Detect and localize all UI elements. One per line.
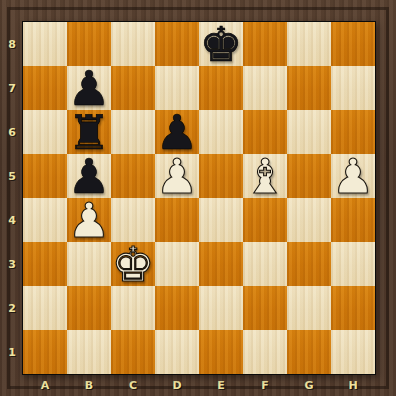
square-f7[interactable] [243,66,287,110]
white-bishop[interactable]: ♝ [243,152,286,200]
square-e5[interactable] [199,154,243,198]
file-label-d: D [172,379,181,392]
file-label-c: C [129,379,137,392]
white-pawn[interactable]: ♟ [155,152,198,200]
square-b1[interactable] [67,330,111,374]
square-c3[interactable]: ♚ [111,242,155,286]
rank-label-7: 7 [8,82,16,95]
square-f8[interactable] [243,22,287,66]
square-h2[interactable] [331,286,375,330]
square-a8[interactable] [23,22,67,66]
white-pawn[interactable]: ♟ [67,196,110,244]
file-label-f: F [261,379,269,392]
square-g6[interactable] [287,110,331,154]
square-c6[interactable] [111,110,155,154]
square-c1[interactable] [111,330,155,374]
file-label-e: E [217,379,225,392]
square-g1[interactable] [287,330,331,374]
square-e1[interactable] [199,330,243,374]
square-g7[interactable] [287,66,331,110]
square-h7[interactable] [331,66,375,110]
square-e8[interactable]: ♚ [199,22,243,66]
square-a3[interactable] [23,242,67,286]
rank-label-6: 6 [8,126,16,139]
square-c7[interactable] [111,66,155,110]
square-g5[interactable] [287,154,331,198]
square-f2[interactable] [243,286,287,330]
square-h4[interactable] [331,198,375,242]
square-d5[interactable]: ♟ [155,154,199,198]
chess-board: ♚♟♜♟♟♟♝♟♟♚ [22,21,376,375]
square-b2[interactable] [67,286,111,330]
square-f1[interactable] [243,330,287,374]
chessboard-app: 87654321 ABCDEFGH ♚♟♜♟♟♟♝♟♟♚ [0,0,396,396]
square-h8[interactable] [331,22,375,66]
black-king[interactable]: ♚ [199,20,242,68]
rank-label-1: 1 [8,346,16,359]
square-b3[interactable] [67,242,111,286]
square-e4[interactable] [199,198,243,242]
square-f3[interactable] [243,242,287,286]
square-a2[interactable] [23,286,67,330]
square-h3[interactable] [331,242,375,286]
square-e7[interactable] [199,66,243,110]
square-d1[interactable] [155,330,199,374]
square-a5[interactable] [23,154,67,198]
square-c8[interactable] [111,22,155,66]
square-d8[interactable] [155,22,199,66]
square-d2[interactable] [155,286,199,330]
square-g8[interactable] [287,22,331,66]
square-c5[interactable] [111,154,155,198]
square-a4[interactable] [23,198,67,242]
file-label-h: H [348,379,357,392]
file-label-b: B [85,379,93,392]
square-f5[interactable]: ♝ [243,154,287,198]
square-e6[interactable] [199,110,243,154]
square-h5[interactable]: ♟ [331,154,375,198]
white-pawn[interactable]: ♟ [331,152,374,200]
square-g3[interactable] [287,242,331,286]
square-d3[interactable] [155,242,199,286]
square-e3[interactable] [199,242,243,286]
square-g4[interactable] [287,198,331,242]
rank-label-2: 2 [8,302,16,315]
square-c2[interactable] [111,286,155,330]
rank-label-8: 8 [8,38,16,51]
white-king[interactable]: ♚ [111,240,154,288]
rank-label-3: 3 [8,258,16,271]
rank-label-5: 5 [8,170,16,183]
square-g2[interactable] [287,286,331,330]
file-label-a: A [41,379,50,392]
rank-label-4: 4 [8,214,16,227]
file-label-g: G [304,379,313,392]
square-d4[interactable] [155,198,199,242]
square-e2[interactable] [199,286,243,330]
square-h1[interactable] [331,330,375,374]
square-a7[interactable] [23,66,67,110]
square-f4[interactable] [243,198,287,242]
square-b4[interactable]: ♟ [67,198,111,242]
square-a6[interactable] [23,110,67,154]
square-a1[interactable] [23,330,67,374]
